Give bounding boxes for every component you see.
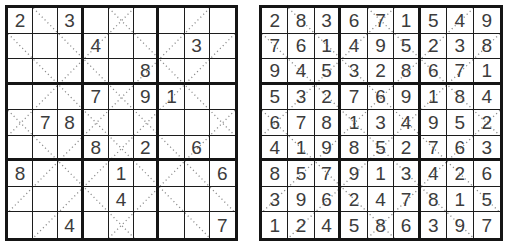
cell-r4c6: 9 [134,85,159,111]
cell-r5c4 [84,110,109,136]
cell-r9c3: 4 [315,212,341,238]
cell-r4c9: 4 [474,85,500,111]
cell-r3c8: 7 [447,59,473,85]
puzzle-grid: 2343879178826816447 [8,8,235,238]
cell-r3c7 [159,59,184,85]
cell-r3c5 [109,59,134,85]
cell-r4c9 [210,85,235,111]
cell-r4c6: 9 [394,85,420,111]
cell-r2c5: 9 [368,34,394,60]
cell-r1c4: 6 [341,8,367,34]
cell-r8c9: 5 [474,187,500,213]
cell-r5c7: 9 [421,110,447,136]
cell-r1c9: 9 [474,8,500,34]
cell-r2c6: 5 [394,34,420,60]
page: 2343879178826816447 28367154976149523894… [0,0,510,249]
cell-r6c4: 8 [84,136,109,162]
solution-grid: 2836715497614952389453286715327691846781… [262,8,500,238]
cell-r8c1: 3 [262,187,288,213]
cell-r8c3 [58,187,83,213]
cell-r2c1: 7 [262,34,288,60]
cell-r2c3 [58,34,83,60]
cell-r8c5: 4 [368,187,394,213]
cell-r1c9 [210,8,235,34]
cell-r3c1 [8,59,33,85]
cell-r5c1: 6 [262,110,288,136]
cell-r5c5: 3 [368,110,394,136]
cell-r9c4 [84,212,109,238]
cell-r4c1: 5 [262,85,288,111]
cell-r2c5 [109,34,134,60]
cell-r9c1 [8,212,33,238]
cell-r5c7 [159,110,184,136]
cell-r6c6: 2 [134,136,159,162]
cell-r1c2 [33,8,58,34]
cell-r8c9 [210,187,235,213]
cell-r1c5 [109,8,134,34]
cell-r1c1: 2 [262,8,288,34]
cell-r6c4: 8 [341,136,367,162]
cell-r8c8 [185,187,210,213]
cell-r3c5: 2 [368,59,394,85]
cell-r9c5 [109,212,134,238]
cell-r8c7 [159,187,184,213]
cell-r7c7 [159,161,184,187]
cell-r9c6: 6 [394,212,420,238]
cell-r2c8: 3 [185,34,210,60]
cell-r1c6: 1 [394,8,420,34]
cell-r4c3: 2 [315,85,341,111]
cell-r6c7: 7 [421,136,447,162]
cell-r7c2: 5 [288,161,314,187]
cell-r6c3: 9 [315,136,341,162]
cell-r3c6: 8 [394,59,420,85]
cell-r4c4: 7 [84,85,109,111]
cell-r1c2: 8 [288,8,314,34]
cell-r9c7 [159,212,184,238]
cell-r8c2: 9 [288,187,314,213]
cell-r9c4: 5 [341,212,367,238]
cell-r6c5 [109,136,134,162]
cell-r4c7: 1 [159,85,184,111]
cell-r9c6 [134,212,159,238]
cell-r9c9: 7 [474,212,500,238]
cell-r8c2 [33,187,58,213]
cell-r5c5 [109,110,134,136]
cell-r2c4: 4 [84,34,109,60]
cell-r8c6: 7 [394,187,420,213]
cell-r7c7: 4 [421,161,447,187]
cell-r8c4: 2 [341,187,367,213]
cell-r3c3: 5 [315,59,341,85]
cell-r2c6 [134,34,159,60]
cell-r6c2: 1 [288,136,314,162]
cell-r9c8 [185,212,210,238]
cell-r6c3 [58,136,83,162]
cell-r9c3: 4 [58,212,83,238]
cell-r4c4: 7 [341,85,367,111]
cell-r3c4 [84,59,109,85]
cell-r6c6: 2 [394,136,420,162]
cell-r7c3: 7 [315,161,341,187]
cell-r5c1 [8,110,33,136]
cell-r6c1 [8,136,33,162]
cell-r9c5: 8 [368,212,394,238]
cell-r7c1: 8 [262,161,288,187]
cell-r4c5 [109,85,134,111]
cell-r5c6: 4 [394,110,420,136]
cell-r1c1: 2 [8,8,33,34]
cell-r4c7: 1 [421,85,447,111]
cell-r2c1 [8,34,33,60]
cell-r3c4: 3 [341,59,367,85]
cell-r7c8 [185,161,210,187]
cell-r4c5: 6 [368,85,394,111]
cell-r8c8: 1 [447,187,473,213]
cell-r3c9: 1 [474,59,500,85]
cell-r3c3 [58,59,83,85]
cell-r2c4: 4 [341,34,367,60]
cell-r4c8 [185,85,210,111]
cell-r6c8: 6 [447,136,473,162]
cell-r1c8: 4 [447,8,473,34]
cell-r6c7 [159,136,184,162]
cell-r7c5: 1 [368,161,394,187]
cell-r9c7: 3 [421,212,447,238]
cell-r3c1: 9 [262,59,288,85]
cell-r7c6: 3 [394,161,420,187]
cell-r7c5: 1 [109,161,134,187]
cell-r9c9: 7 [210,212,235,238]
cell-r1c7 [159,8,184,34]
cell-r6c9 [210,136,235,162]
cell-r8c4 [84,187,109,213]
cell-r9c2 [33,212,58,238]
cell-r7c3 [58,161,83,187]
cell-r1c7: 5 [421,8,447,34]
cell-r9c2: 2 [288,212,314,238]
cell-r8c7: 8 [421,187,447,213]
cell-r7c9: 6 [210,161,235,187]
cell-r2c7 [159,34,184,60]
cell-r3c8 [185,59,210,85]
cell-r8c1 [8,187,33,213]
cell-r2c9 [210,34,235,60]
cell-r5c2: 7 [288,110,314,136]
cell-r7c4: 9 [341,161,367,187]
cell-r1c4 [84,8,109,34]
cell-r3c9 [210,59,235,85]
cell-r1c5: 7 [368,8,394,34]
cell-r1c3: 3 [58,8,83,34]
cell-r6c1: 4 [262,136,288,162]
cell-r8c6 [134,187,159,213]
cell-r5c9 [210,110,235,136]
cell-r6c9: 3 [474,136,500,162]
cell-r4c2: 3 [288,85,314,111]
cell-r8c5: 4 [109,187,134,213]
cell-r2c8: 3 [447,34,473,60]
solution-board: 2836715497614952389453286715327691846781… [259,5,503,241]
cell-r5c8 [185,110,210,136]
cell-r2c3: 1 [315,34,341,60]
cell-r1c6 [134,8,159,34]
cell-r4c2 [33,85,58,111]
cell-r5c9: 2 [474,110,500,136]
cell-r7c6 [134,161,159,187]
cell-r9c8: 9 [447,212,473,238]
cell-r2c7: 2 [421,34,447,60]
cell-r7c4 [84,161,109,187]
puzzle-board: 2343879178826816447 [5,5,238,241]
cell-r3c7: 6 [421,59,447,85]
cell-r4c1 [8,85,33,111]
cell-r3c6: 8 [134,59,159,85]
cell-r2c2: 6 [288,34,314,60]
cell-r5c2: 7 [33,110,58,136]
cell-r5c4: 1 [341,110,367,136]
cell-r1c8 [185,8,210,34]
cell-r4c8: 8 [447,85,473,111]
cell-r7c8: 2 [447,161,473,187]
cell-r4c3 [58,85,83,111]
cell-r6c8: 6 [185,136,210,162]
cell-r3c2: 4 [288,59,314,85]
cell-r7c2 [33,161,58,187]
cell-r7c9: 6 [474,161,500,187]
cell-r5c3: 8 [58,110,83,136]
cell-r6c2 [33,136,58,162]
cell-r9c1: 1 [262,212,288,238]
cell-r2c2 [33,34,58,60]
cell-r1c3: 3 [315,8,341,34]
cell-r3c2 [33,59,58,85]
cell-r2c9: 8 [474,34,500,60]
cell-r5c6 [134,110,159,136]
cell-r6c5: 5 [368,136,394,162]
cell-r5c3: 8 [315,110,341,136]
cell-r7c1: 8 [8,161,33,187]
cell-r8c3: 6 [315,187,341,213]
cell-r5c8: 5 [447,110,473,136]
